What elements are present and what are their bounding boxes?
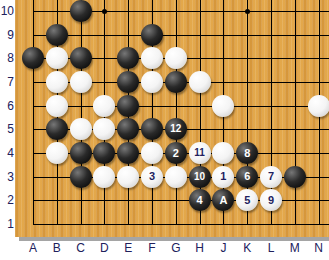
stone-black-h3-move-10[interactable]: 10 — [189, 166, 211, 188]
stone-white-c7[interactable] — [70, 71, 92, 93]
stone-white-j6[interactable] — [212, 95, 234, 117]
stone-black-h2-move-4[interactable]: 4 — [189, 189, 211, 211]
grid-line-row-6 — [33, 106, 329, 107]
row-label-1: 1 — [0, 217, 14, 231]
row-label-10: 10 — [0, 4, 14, 18]
stone-label-4: 4 — [197, 195, 203, 206]
col-label-g: G — [166, 241, 186, 255]
stone-label-10: 10 — [194, 172, 205, 182]
stone-black-g7[interactable] — [165, 71, 187, 93]
col-label-m: M — [285, 241, 305, 255]
col-label-a: A — [23, 241, 43, 255]
col-label-e: E — [118, 241, 138, 255]
stone-white-b4[interactable] — [46, 142, 68, 164]
stone-label-a: A — [219, 195, 227, 206]
stone-white-g8[interactable] — [165, 47, 187, 69]
row-label-8: 8 — [0, 51, 14, 65]
grid-line-row-2 — [33, 200, 329, 201]
stone-white-f3-move-3[interactable]: 3 — [141, 166, 163, 188]
col-label-n: N — [309, 241, 329, 255]
stone-black-m3[interactable] — [284, 166, 306, 188]
stone-white-e3[interactable] — [117, 166, 139, 188]
stone-label-7: 7 — [268, 171, 274, 182]
row-label-5: 5 — [0, 122, 14, 136]
stone-label-11: 11 — [194, 148, 205, 158]
stone-label-9: 9 — [268, 195, 274, 206]
stone-black-k3-move-6[interactable]: 6 — [236, 166, 258, 188]
col-label-b: B — [47, 241, 67, 255]
stone-white-b7[interactable] — [46, 71, 68, 93]
row-label-4: 4 — [0, 146, 14, 160]
stone-label-2: 2 — [173, 148, 179, 159]
stone-white-l3-move-7[interactable]: 7 — [260, 166, 282, 188]
stone-label-5: 5 — [244, 195, 250, 206]
stone-white-d6[interactable] — [93, 95, 115, 117]
row-label-7: 7 — [0, 75, 14, 89]
grid-line-row-1 — [33, 224, 329, 225]
stone-black-g4-move-2[interactable]: 2 — [165, 142, 187, 164]
grid-line-row-9 — [33, 35, 329, 36]
stone-black-g5-move-12[interactable]: 12 — [165, 118, 187, 140]
col-label-j: J — [213, 241, 233, 255]
row-label-6: 6 — [0, 99, 14, 113]
stone-label-3: 3 — [149, 171, 155, 182]
stone-white-j3-move-1[interactable]: 1 — [212, 166, 234, 188]
stone-label-1: 1 — [220, 171, 226, 182]
stone-black-c3[interactable] — [70, 166, 92, 188]
stone-white-d3[interactable] — [93, 166, 115, 188]
row-label-9: 9 — [0, 28, 14, 42]
go-diagram-screen: 12281064A1131759ABCDEFGHJKLMN12345678910 — [0, 0, 329, 260]
stone-white-b8[interactable] — [46, 47, 68, 69]
row-label-2: 2 — [0, 193, 14, 207]
stone-black-e6[interactable] — [117, 95, 139, 117]
col-label-f: F — [142, 241, 162, 255]
stone-label-8: 8 — [244, 148, 250, 159]
col-label-k: K — [237, 241, 257, 255]
stone-black-c8[interactable] — [70, 47, 92, 69]
stone-white-c5[interactable] — [70, 118, 92, 140]
col-label-h: H — [190, 241, 210, 255]
stone-black-c4[interactable] — [70, 142, 92, 164]
stone-black-b5[interactable] — [46, 118, 68, 140]
stone-white-n6[interactable] — [308, 95, 329, 117]
stone-black-c10[interactable] — [70, 0, 92, 22]
stone-white-h7[interactable] — [189, 71, 211, 93]
stone-label-6: 6 — [244, 171, 250, 182]
stone-black-b9[interactable] — [46, 24, 68, 46]
col-label-d: D — [94, 241, 114, 255]
stone-label-12: 12 — [170, 124, 181, 134]
stone-white-f4[interactable] — [141, 142, 163, 164]
stone-white-b6[interactable] — [46, 95, 68, 117]
stone-white-h4-move-11[interactable]: 11 — [189, 142, 211, 164]
stone-white-f7[interactable] — [141, 71, 163, 93]
row-label-3: 3 — [0, 170, 14, 184]
col-label-c: C — [71, 241, 91, 255]
stone-white-g3[interactable] — [165, 166, 187, 188]
stone-black-f9[interactable] — [141, 24, 163, 46]
col-label-l: L — [261, 241, 281, 255]
